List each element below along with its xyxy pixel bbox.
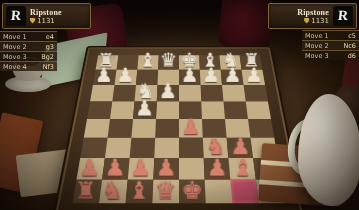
move-label: Move 2	[3, 43, 27, 51]
move-label: Move 3	[305, 52, 329, 60]
white-pawn[interactable]: ♟	[181, 117, 200, 139]
white-bishop[interactable]: ♝	[128, 179, 150, 203]
white-jug	[298, 94, 359, 206]
rating-value: 1131	[311, 17, 329, 25]
player-rating-row: 1131	[272, 17, 329, 25]
file-label-b: b	[97, 209, 125, 210]
file-label-f: f	[206, 209, 234, 210]
rating-icon	[304, 18, 309, 24]
move-value: Nf3	[43, 63, 54, 71]
move-value: Nc6	[343, 42, 356, 50]
player-name: Ripstone	[30, 8, 87, 17]
black-pawn[interactable]: ♟	[159, 82, 177, 102]
move-label: Move 1	[3, 33, 27, 41]
square-h5[interactable]	[246, 101, 271, 119]
square-c4[interactable]	[131, 119, 156, 138]
square-f5[interactable]	[201, 101, 225, 119]
file-label-h: h	[260, 209, 288, 210]
player-info-white: Ripstone 1131	[30, 8, 87, 25]
file-label-e: e	[179, 209, 206, 210]
ripstone-logo-icon: R	[333, 6, 353, 26]
white-king[interactable]: ♚	[181, 179, 203, 203]
file-label-g: g	[233, 209, 261, 210]
black-pawn[interactable]: ♟	[95, 66, 113, 86]
ripstone-logo-icon: R	[6, 6, 26, 26]
move-label: Move 1	[305, 32, 329, 40]
black-queen[interactable]: ♛	[160, 51, 177, 70]
square-h7[interactable]: ♟	[242, 70, 266, 85]
square-a6[interactable]	[90, 85, 114, 101]
move-value: Bg2	[41, 53, 54, 61]
file-label-a: a	[70, 209, 98, 210]
square-e3[interactable]	[179, 138, 204, 158]
square-b4[interactable]	[108, 119, 133, 138]
black-pawn[interactable]: ♟	[135, 99, 154, 120]
move-row: Move 4Nf3	[0, 61, 57, 71]
player-rating-row: 1131	[30, 17, 87, 25]
square-g5[interactable]	[223, 101, 248, 119]
moves-panel-white: Move 1e4Move 2g3Move 3Bg2Move 4Nf3	[0, 31, 57, 71]
move-value: d6	[348, 52, 356, 60]
black-pawn[interactable]: ♟	[202, 66, 220, 86]
rating-icon	[30, 18, 35, 24]
square-a5[interactable]	[87, 101, 112, 119]
square-e4[interactable]: ♟	[179, 119, 203, 138]
square-f1[interactable]	[205, 180, 233, 203]
white-rook[interactable]: ♜	[75, 179, 97, 203]
move-row: Move 2g3	[0, 41, 57, 51]
black-pawn[interactable]: ♟	[181, 66, 199, 86]
square-d5[interactable]	[156, 101, 179, 119]
square-f7[interactable]: ♟	[200, 70, 222, 85]
square-b7[interactable]: ♟	[114, 70, 137, 85]
move-label: Move 4	[3, 63, 27, 71]
square-a1[interactable]: ♜	[72, 180, 102, 203]
square-b5[interactable]	[110, 101, 135, 119]
move-label: Move 3	[3, 53, 27, 61]
square-e6[interactable]	[179, 85, 201, 101]
square-d4[interactable]	[155, 119, 179, 138]
move-value: g3	[46, 43, 54, 51]
board-squares: ♜♝♛♚♝♞♜♟♟♟♟♟♟♞♟♟♟♞♟♟♟♟♟♟♝♟♜♞♝♛♚♜	[72, 55, 285, 203]
square-d8[interactable]: ♛	[158, 55, 179, 69]
square-e1[interactable]: ♚	[179, 180, 206, 203]
player-name: Ripstone	[272, 8, 329, 17]
logo-letter: R	[337, 8, 349, 24]
square-e7[interactable]: ♟	[179, 70, 201, 85]
square-c8[interactable]: ♝	[137, 55, 158, 69]
square-a7[interactable]: ♟	[93, 70, 117, 85]
move-value: e4	[46, 33, 54, 41]
square-b1[interactable]: ♞	[99, 180, 128, 203]
white-pawn[interactable]: ♟	[207, 157, 228, 180]
black-pawn[interactable]: ♟	[224, 66, 242, 86]
square-f2[interactable]: ♟	[204, 158, 231, 180]
file-label-c: c	[125, 209, 153, 210]
white-knight[interactable]: ♞	[102, 179, 124, 203]
player-card-white: R Ripstone 1131	[2, 3, 91, 29]
square-g6[interactable]	[222, 85, 246, 101]
move-row: Move 1c5	[302, 30, 359, 40]
square-d6[interactable]: ♟	[157, 85, 179, 101]
black-pawn[interactable]: ♟	[117, 66, 135, 86]
square-h4[interactable]	[248, 119, 274, 138]
square-g7[interactable]: ♟	[221, 70, 244, 85]
move-row: Move 1e4	[0, 31, 57, 41]
square-h6[interactable]	[244, 85, 268, 101]
square-d1[interactable]: ♛	[152, 180, 179, 203]
white-queen[interactable]: ♛	[155, 179, 177, 203]
file-label-d: d	[152, 209, 179, 210]
black-bishop[interactable]: ♝	[139, 51, 156, 70]
move-value: c5	[348, 32, 356, 40]
square-g2[interactable]: ♝	[228, 158, 256, 180]
player-card-black: R Ripstone 1131	[268, 3, 357, 29]
move-row: Move 3Bg2	[0, 51, 57, 61]
game-screen: ♜♝♛♚♝♞♜♟♟♟♟♟♟♞♟♟♟♞♟♟♟♟♟♟♝♟♜♞♝♛♚♜ abcdefg…	[0, 0, 359, 210]
rating-value: 1131	[37, 17, 55, 25]
move-row: Move 3d6	[302, 50, 359, 60]
move-row: Move 2Nc6	[302, 40, 359, 50]
square-c5[interactable]: ♟	[133, 101, 157, 119]
black-pawn[interactable]: ♟	[245, 66, 263, 86]
square-g1[interactable]	[230, 180, 259, 203]
logo-letter: R	[10, 8, 22, 24]
square-a4[interactable]	[84, 119, 110, 138]
white-bishop[interactable]: ♝	[232, 157, 253, 180]
square-f6[interactable]	[201, 85, 224, 101]
square-c1[interactable]: ♝	[126, 180, 154, 203]
chess-board[interactable]: ♜♝♛♚♝♞♜♟♟♟♟♟♟♞♟♟♟♞♟♟♟♟♟♟♝♟♜♞♝♛♚♜ abcdefg…	[72, 12, 286, 210]
player-info-black: Ripstone 1131	[272, 8, 329, 25]
file-labels: abcdefgh	[70, 209, 288, 210]
moves-panel-black: Move 1c5Move 2Nc6Move 3d6	[302, 30, 359, 60]
move-label: Move 2	[305, 42, 329, 50]
square-b6[interactable]	[112, 85, 136, 101]
